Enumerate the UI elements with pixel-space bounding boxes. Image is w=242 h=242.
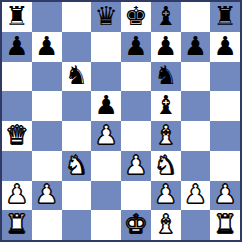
- black-pawn-icon[interactable]: ♟: [213, 33, 236, 59]
- chess-board: ♜♛♚♝♜♟♟♟♟♟♟♞♞♟♝♛♟♝♞♟♞♟♟♟♟♟♜♚♝♜: [0, 0, 242, 242]
- white-pawn-icon[interactable]: ♟: [94, 122, 117, 148]
- white-pawn-icon[interactable]: ♟: [35, 181, 58, 207]
- square-e8[interactable]: ♚: [121, 2, 151, 32]
- white-pawn-icon[interactable]: ♟: [5, 181, 28, 207]
- black-pawn-icon[interactable]: ♟: [5, 33, 28, 59]
- black-king-icon[interactable]: ♚: [124, 3, 147, 29]
- square-e3[interactable]: ♟: [121, 151, 151, 181]
- square-d8[interactable]: ♛: [91, 2, 121, 32]
- black-pawn-icon[interactable]: ♟: [154, 33, 177, 59]
- square-a4[interactable]: ♛: [2, 121, 32, 151]
- square-e2[interactable]: [121, 181, 151, 211]
- square-g3[interactable]: [181, 151, 211, 181]
- white-rook-icon[interactable]: ♜: [213, 211, 236, 237]
- square-h7[interactable]: ♟: [210, 32, 240, 62]
- square-b6[interactable]: [32, 62, 62, 92]
- square-h8[interactable]: ♜: [210, 2, 240, 32]
- white-pawn-icon[interactable]: ♟: [154, 181, 177, 207]
- white-knight-icon[interactable]: ♞: [154, 152, 177, 178]
- square-a5[interactable]: [2, 91, 32, 121]
- square-f5[interactable]: ♝: [151, 91, 181, 121]
- square-h6[interactable]: [210, 62, 240, 92]
- square-f2[interactable]: ♟: [151, 181, 181, 211]
- square-d2[interactable]: [91, 181, 121, 211]
- square-b7[interactable]: ♟: [32, 32, 62, 62]
- square-b3[interactable]: [32, 151, 62, 181]
- white-bishop-icon[interactable]: ♝: [154, 122, 177, 148]
- square-g2[interactable]: ♟: [181, 181, 211, 211]
- square-g7[interactable]: ♟: [181, 32, 211, 62]
- square-c3[interactable]: ♞: [62, 151, 92, 181]
- black-pawn-icon[interactable]: ♟: [184, 33, 207, 59]
- square-f1[interactable]: ♝: [151, 210, 181, 240]
- white-knight-icon[interactable]: ♞: [65, 152, 88, 178]
- square-d1[interactable]: [91, 210, 121, 240]
- square-c1[interactable]: [62, 210, 92, 240]
- white-pawn-icon[interactable]: ♟: [124, 152, 147, 178]
- square-h2[interactable]: ♟: [210, 181, 240, 211]
- square-e6[interactable]: [121, 62, 151, 92]
- square-g5[interactable]: [181, 91, 211, 121]
- square-c7[interactable]: [62, 32, 92, 62]
- square-h1[interactable]: ♜: [210, 210, 240, 240]
- square-f3[interactable]: ♞: [151, 151, 181, 181]
- white-pawn-icon[interactable]: ♟: [184, 181, 207, 207]
- square-a6[interactable]: [2, 62, 32, 92]
- black-pawn-icon[interactable]: ♟: [35, 33, 58, 59]
- square-g4[interactable]: [181, 121, 211, 151]
- square-a7[interactable]: ♟: [2, 32, 32, 62]
- square-d4[interactable]: ♟: [91, 121, 121, 151]
- white-king-icon[interactable]: ♚: [124, 211, 147, 237]
- square-c6[interactable]: ♞: [62, 62, 92, 92]
- square-a3[interactable]: [2, 151, 32, 181]
- square-g1[interactable]: [181, 210, 211, 240]
- square-b4[interactable]: [32, 121, 62, 151]
- black-bishop-icon[interactable]: ♝: [154, 92, 177, 118]
- black-knight-icon[interactable]: ♞: [154, 62, 177, 88]
- square-c5[interactable]: [62, 91, 92, 121]
- square-a1[interactable]: ♜: [2, 210, 32, 240]
- black-bishop-icon[interactable]: ♝: [154, 3, 177, 29]
- white-pawn-icon[interactable]: ♟: [213, 181, 236, 207]
- square-e5[interactable]: [121, 91, 151, 121]
- square-b8[interactable]: [32, 2, 62, 32]
- black-rook-icon[interactable]: ♜: [213, 3, 236, 29]
- white-bishop-icon[interactable]: ♝: [154, 211, 177, 237]
- black-pawn-icon[interactable]: ♟: [124, 33, 147, 59]
- square-f8[interactable]: ♝: [151, 2, 181, 32]
- square-c2[interactable]: [62, 181, 92, 211]
- white-rook-icon[interactable]: ♜: [5, 211, 28, 237]
- square-d5[interactable]: ♟: [91, 91, 121, 121]
- black-queen-icon[interactable]: ♛: [94, 3, 117, 29]
- black-rook-icon[interactable]: ♜: [5, 3, 28, 29]
- white-queen-icon[interactable]: ♛: [5, 122, 28, 148]
- square-d7[interactable]: [91, 32, 121, 62]
- square-e7[interactable]: ♟: [121, 32, 151, 62]
- square-f7[interactable]: ♟: [151, 32, 181, 62]
- square-b2[interactable]: ♟: [32, 181, 62, 211]
- square-h4[interactable]: [210, 121, 240, 151]
- square-c4[interactable]: [62, 121, 92, 151]
- board-container: ♜♛♚♝♜♟♟♟♟♟♟♞♞♟♝♛♟♝♞♟♞♟♟♟♟♟♜♚♝♜: [0, 0, 242, 242]
- square-a8[interactable]: ♜: [2, 2, 32, 32]
- black-knight-icon[interactable]: ♞: [65, 62, 88, 88]
- square-h5[interactable]: [210, 91, 240, 121]
- square-f4[interactable]: ♝: [151, 121, 181, 151]
- square-d6[interactable]: [91, 62, 121, 92]
- square-e1[interactable]: ♚: [121, 210, 151, 240]
- square-b5[interactable]: [32, 91, 62, 121]
- square-c8[interactable]: [62, 2, 92, 32]
- square-b1[interactable]: [32, 210, 62, 240]
- square-e4[interactable]: [121, 121, 151, 151]
- square-h3[interactable]: [210, 151, 240, 181]
- black-pawn-icon[interactable]: ♟: [94, 92, 117, 118]
- square-a2[interactable]: ♟: [2, 181, 32, 211]
- square-d3[interactable]: [91, 151, 121, 181]
- square-g6[interactable]: [181, 62, 211, 92]
- square-f6[interactable]: ♞: [151, 62, 181, 92]
- square-g8[interactable]: [181, 2, 211, 32]
